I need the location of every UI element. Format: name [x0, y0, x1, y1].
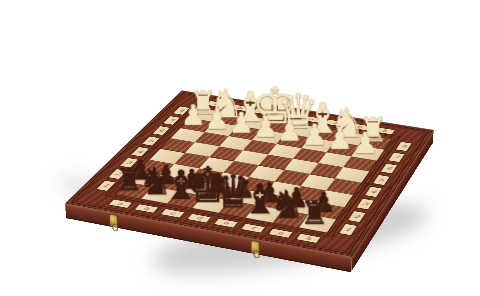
chess-board: ♜♞♝♚♛♝♞♜♟♟♟♟♟♟♟♟♟♟♟♟♟♟♟♟♜♞♝♚♛♝♞♜ aa88bb7…	[65, 90, 434, 256]
piece-black-rook[interactable]: ♜	[300, 198, 329, 229]
rank-label: 3	[355, 198, 375, 210]
piece-white-pawn[interactable]: ♟	[352, 129, 378, 157]
brass-clasp-icon	[109, 213, 118, 228]
rank-label: 7	[387, 152, 405, 163]
rank-label: 4	[364, 186, 383, 198]
file-label: f	[240, 223, 266, 233]
file-label: d	[186, 213, 212, 223]
scene: ♜♞♝♚♛♝♞♜♟♟♟♟♟♟♟♟♟♟♟♟♟♟♟♟♜♞♝♚♛♝♞♜ aa88bb7…	[0, 0, 480, 296]
rank-label: 1	[338, 223, 358, 236]
file-label: a	[108, 199, 134, 209]
piece-white-pawn[interactable]: ♟	[277, 117, 303, 144]
file-label: c	[160, 208, 186, 218]
piece-white-pawn[interactable]: ♟	[181, 102, 206, 129]
piece-white-pawn[interactable]: ♟	[253, 113, 279, 140]
board-top-face: ♜♞♝♚♛♝♞♜♟♟♟♟♟♟♟♟♟♟♟♟♟♟♟♟♜♞♝♚♛♝♞♜ aa88bb7…	[65, 90, 434, 256]
file-label: e	[213, 218, 239, 228]
file-label: g	[267, 228, 293, 238]
piece-white-pawn[interactable]: ♟	[229, 110, 255, 137]
piece-white-pawn[interactable]: ♟	[205, 106, 230, 133]
rank-label: 8	[395, 141, 413, 151]
file-label: b	[133, 204, 159, 214]
rank-label: 1	[95, 180, 116, 191]
piece-white-pawn[interactable]: ♟	[327, 125, 353, 153]
file-label: h	[295, 233, 321, 243]
piece-white-pawn[interactable]: ♟	[302, 121, 328, 149]
rank-label: 2	[347, 210, 367, 222]
brass-clasp-icon	[250, 240, 259, 255]
rank-label: 6	[152, 126, 171, 136]
rank-label: 7	[162, 116, 181, 126]
rank-label: 6	[380, 163, 398, 174]
